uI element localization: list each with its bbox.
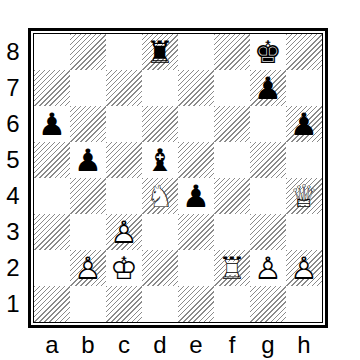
square-a5[interactable] — [34, 142, 70, 178]
piece-glyph: ♜ — [142, 37, 178, 68]
square-e4[interactable]: ♟ — [178, 178, 214, 214]
square-a1[interactable] — [34, 286, 70, 322]
file-label-b: b — [70, 331, 106, 358]
square-f1[interactable] — [214, 286, 250, 322]
square-e1[interactable] — [178, 286, 214, 322]
square-a7[interactable] — [34, 70, 70, 106]
square-h1[interactable] — [286, 286, 322, 322]
piece-white-pawn[interactable]: ♟♙ — [250, 250, 286, 286]
square-g8[interactable]: ♚ — [250, 34, 286, 70]
piece-glyph: ♟ — [250, 73, 286, 104]
square-c4[interactable] — [106, 178, 142, 214]
square-h7[interactable] — [286, 70, 322, 106]
file-label-h: h — [286, 331, 322, 358]
square-c7[interactable] — [106, 70, 142, 106]
square-g1[interactable] — [250, 286, 286, 322]
square-a2[interactable] — [34, 250, 70, 286]
square-e7[interactable] — [178, 70, 214, 106]
square-b6[interactable] — [70, 106, 106, 142]
piece-black-pawn[interactable]: ♟ — [250, 70, 286, 106]
file-label-g: g — [250, 331, 286, 358]
piece-white-pawn[interactable]: ♟♙ — [70, 250, 106, 286]
file-label-d: d — [142, 331, 178, 358]
square-g5[interactable] — [250, 142, 286, 178]
rank-labels: 8 7 6 5 4 3 2 1 — [0, 34, 26, 322]
square-d4[interactable]: ♞♘ — [142, 178, 178, 214]
square-f8[interactable] — [214, 34, 250, 70]
square-e6[interactable] — [178, 106, 214, 142]
board-inner-border: ♜♚♟♟♟♟♝♞♘♟♛♕♟♙♟♙♚♔♜♖♟♙♟♙ — [33, 33, 323, 323]
piece-black-bishop[interactable]: ♝ — [142, 142, 178, 178]
square-a8[interactable] — [34, 34, 70, 70]
square-h5[interactable] — [286, 142, 322, 178]
rank-label-8: 8 — [0, 34, 26, 70]
square-e2[interactable] — [178, 250, 214, 286]
square-g4[interactable] — [250, 178, 286, 214]
square-d5[interactable]: ♝ — [142, 142, 178, 178]
board-frame: ♜♚♟♟♟♟♝♞♘♟♛♕♟♙♟♙♚♔♜♖♟♙♟♙ — [28, 28, 328, 328]
square-b5[interactable]: ♟ — [70, 142, 106, 178]
piece-white-pawn[interactable]: ♟♙ — [106, 214, 142, 250]
piece-white-knight[interactable]: ♞♘ — [142, 178, 178, 214]
square-b2[interactable]: ♟♙ — [70, 250, 106, 286]
piece-glyph: ♟ — [70, 145, 106, 176]
square-d3[interactable] — [142, 214, 178, 250]
square-f3[interactable] — [214, 214, 250, 250]
piece-glyph: ♟ — [34, 109, 70, 140]
piece-glyph: ♕ — [286, 181, 322, 212]
square-g3[interactable] — [250, 214, 286, 250]
piece-black-pawn[interactable]: ♟ — [70, 142, 106, 178]
piece-glyph: ♙ — [250, 253, 286, 284]
square-h4[interactable]: ♛♕ — [286, 178, 322, 214]
square-g7[interactable]: ♟ — [250, 70, 286, 106]
square-c3[interactable]: ♟♙ — [106, 214, 142, 250]
piece-white-queen[interactable]: ♛♕ — [286, 178, 322, 214]
piece-glyph: ♖ — [214, 253, 250, 284]
square-a6[interactable]: ♟ — [34, 106, 70, 142]
square-a4[interactable] — [34, 178, 70, 214]
file-label-f: f — [214, 331, 250, 358]
piece-black-pawn[interactable]: ♟ — [34, 106, 70, 142]
square-a3[interactable] — [34, 214, 70, 250]
rank-label-3: 3 — [0, 214, 26, 250]
piece-glyph: ♙ — [286, 253, 322, 284]
square-h2[interactable]: ♟♙ — [286, 250, 322, 286]
square-b8[interactable] — [70, 34, 106, 70]
piece-glyph: ♙ — [70, 253, 106, 284]
piece-black-pawn[interactable]: ♟ — [286, 106, 322, 142]
square-c1[interactable] — [106, 286, 142, 322]
piece-glyph: ♝ — [142, 145, 178, 176]
piece-glyph: ♘ — [142, 181, 178, 212]
rank-label-5: 5 — [0, 142, 26, 178]
square-g6[interactable] — [250, 106, 286, 142]
square-e3[interactable] — [178, 214, 214, 250]
file-label-c: c — [106, 331, 142, 358]
file-label-a: a — [34, 331, 70, 358]
square-b1[interactable] — [70, 286, 106, 322]
file-label-e: e — [178, 331, 214, 358]
square-c5[interactable] — [106, 142, 142, 178]
square-e5[interactable] — [178, 142, 214, 178]
square-h8[interactable] — [286, 34, 322, 70]
square-f4[interactable] — [214, 178, 250, 214]
square-f7[interactable] — [214, 70, 250, 106]
piece-white-king[interactable]: ♚♔ — [106, 250, 142, 286]
piece-black-rook[interactable]: ♜ — [142, 34, 178, 70]
square-b4[interactable] — [70, 178, 106, 214]
square-g2[interactable]: ♟♙ — [250, 250, 286, 286]
rank-label-1: 1 — [0, 286, 26, 322]
piece-white-pawn[interactable]: ♟♙ — [286, 250, 322, 286]
piece-black-pawn[interactable]: ♟ — [178, 178, 214, 214]
square-d7[interactable] — [142, 70, 178, 106]
rank-label-6: 6 — [0, 106, 26, 142]
square-c2[interactable]: ♚♔ — [106, 250, 142, 286]
square-f2[interactable]: ♜♖ — [214, 250, 250, 286]
rank-label-4: 4 — [0, 178, 26, 214]
piece-glyph: ♟ — [178, 181, 214, 212]
rank-label-7: 7 — [0, 70, 26, 106]
square-h3[interactable] — [286, 214, 322, 250]
square-b7[interactable] — [70, 70, 106, 106]
square-d8[interactable]: ♜ — [142, 34, 178, 70]
piece-glyph: ♚ — [250, 37, 286, 68]
piece-glyph: ♙ — [106, 217, 142, 248]
board-grid: ♜♚♟♟♟♟♝♞♘♟♛♕♟♙♟♙♚♔♜♖♟♙♟♙ — [34, 34, 322, 322]
piece-glyph: ♔ — [106, 253, 142, 284]
square-c8[interactable] — [106, 34, 142, 70]
piece-black-king[interactable]: ♚ — [250, 34, 286, 70]
square-e8[interactable] — [178, 34, 214, 70]
rank-label-2: 2 — [0, 250, 26, 286]
square-d1[interactable] — [142, 286, 178, 322]
square-d6[interactable] — [142, 106, 178, 142]
square-c6[interactable] — [106, 106, 142, 142]
square-f5[interactable] — [214, 142, 250, 178]
square-f6[interactable] — [214, 106, 250, 142]
piece-glyph: ♟ — [286, 109, 322, 140]
file-labels: a b c d e f g h — [34, 331, 322, 358]
square-b3[interactable] — [70, 214, 106, 250]
piece-white-rook[interactable]: ♜♖ — [214, 250, 250, 286]
square-d2[interactable] — [142, 250, 178, 286]
square-h6[interactable]: ♟ — [286, 106, 322, 142]
